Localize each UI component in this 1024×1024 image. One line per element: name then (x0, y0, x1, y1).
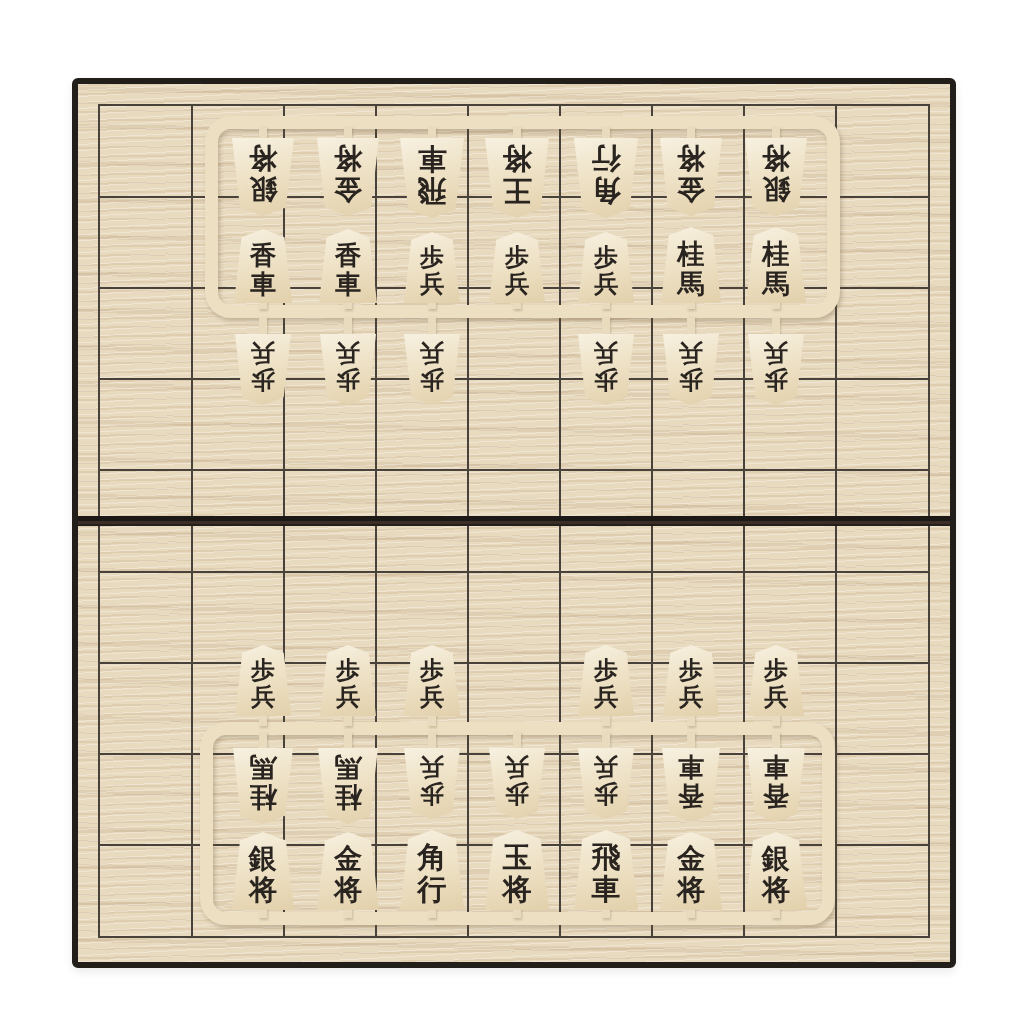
shogi-piece[interactable]: 桂馬 (233, 748, 293, 824)
sprue-tab (344, 316, 352, 336)
piece-kanji: 歩兵 (251, 341, 275, 398)
piece-kanji: 桂馬 (250, 755, 277, 818)
piece-kanji: 歩兵 (679, 652, 703, 709)
piece-kanji: 桂馬 (335, 755, 362, 818)
shogi-piece[interactable]: 銀将 (232, 832, 294, 910)
shogi-piece[interactable]: 歩兵 (235, 334, 291, 405)
shogi-piece[interactable]: 飛車 (574, 830, 638, 910)
sprue-tab (602, 316, 610, 336)
shogi-piece[interactable]: 歩兵 (578, 232, 634, 303)
shogi-piece[interactable]: 歩兵 (748, 334, 804, 405)
grid-line (100, 571, 928, 573)
piece-kanji: 金将 (334, 839, 362, 904)
board-fold-seam (78, 516, 950, 526)
piece-kanji: 歩兵 (420, 239, 444, 296)
shogi-piece[interactable]: 歩兵 (578, 645, 634, 716)
grid-line (100, 469, 928, 471)
sprue-tab (428, 316, 436, 336)
piece-kanji: 歩兵 (336, 652, 360, 709)
shogi-piece[interactable]: 歩兵 (404, 334, 460, 405)
shogi-piece[interactable]: 歩兵 (663, 334, 719, 405)
sprue-tab (259, 316, 267, 336)
piece-kanji: 王将 (503, 145, 532, 212)
shogi-piece[interactable]: 金将 (317, 138, 379, 216)
shogi-piece[interactable]: 歩兵 (404, 645, 460, 716)
shogi-piece[interactable]: 歩兵 (320, 334, 376, 405)
sprue-tab (602, 126, 610, 140)
shogi-piece[interactable]: 歩兵 (748, 645, 804, 716)
piece-kanji: 歩兵 (594, 755, 618, 812)
sprue-tab (687, 316, 695, 336)
sprue-tab (513, 126, 521, 140)
piece-kanji: 銀将 (249, 145, 277, 210)
shogi-piece[interactable]: 桂馬 (661, 227, 721, 303)
shogi-piece[interactable]: 王将 (485, 138, 549, 218)
grid-line (100, 378, 928, 380)
grid-line (835, 526, 837, 936)
shogi-piece[interactable]: 銀将 (745, 832, 807, 910)
piece-kanji: 歩兵 (420, 652, 444, 709)
shogi-piece[interactable]: 歩兵 (235, 645, 291, 716)
grid-line (100, 662, 928, 664)
piece-kanji: 香車 (678, 755, 704, 816)
shogi-piece[interactable]: 玉将 (485, 830, 549, 910)
piece-kanji: 桂馬 (678, 234, 705, 297)
shogi-piece[interactable]: 歩兵 (578, 748, 634, 819)
piece-kanji: 桂馬 (763, 234, 790, 297)
piece-kanji: 金将 (677, 839, 705, 904)
shogi-piece[interactable]: 桂馬 (318, 748, 378, 824)
piece-kanji: 金将 (334, 145, 362, 210)
shogi-piece[interactable]: 香車 (662, 748, 720, 822)
piece-kanji: 銀将 (762, 145, 790, 210)
shogi-piece[interactable]: 角行 (574, 138, 638, 218)
piece-kanji: 香車 (763, 755, 789, 816)
sprue-tab (344, 126, 352, 140)
sprue-tab (428, 126, 436, 140)
sprue-tab (687, 126, 695, 140)
piece-kanji: 銀将 (249, 839, 277, 904)
piece-kanji: 角行 (418, 837, 447, 904)
sprue-tab (772, 731, 780, 750)
piece-kanji: 歩兵 (764, 341, 788, 398)
grid-line (191, 106, 193, 516)
piece-kanji: 歩兵 (505, 239, 529, 296)
product-photo: 銀将金将飛車王将角行金将銀将香車香車歩兵歩兵歩兵桂馬桂馬歩兵歩兵歩兵歩兵歩兵歩兵… (0, 0, 1024, 1024)
sprue-tab (687, 731, 695, 750)
shogi-piece[interactable]: 歩兵 (578, 334, 634, 405)
piece-kanji: 歩兵 (251, 652, 275, 709)
shogi-piece[interactable]: 銀将 (232, 138, 294, 216)
sprue-tab (259, 731, 267, 750)
sprue-tab (344, 731, 352, 750)
shogi-piece[interactable]: 金将 (660, 832, 722, 910)
shogi-piece[interactable]: 歩兵 (404, 748, 460, 819)
grid-line (191, 526, 193, 936)
shogi-piece[interactable]: 香車 (319, 229, 377, 303)
piece-kanji: 歩兵 (505, 755, 529, 812)
sprue-tab (772, 126, 780, 140)
shogi-piece[interactable]: 角行 (400, 830, 464, 910)
piece-kanji: 玉将 (503, 837, 532, 904)
sprue-tab (259, 126, 267, 140)
piece-kanji: 歩兵 (420, 755, 444, 812)
piece-kanji: 飛車 (418, 145, 447, 212)
sprue-tab (428, 731, 436, 750)
shogi-piece[interactable]: 歩兵 (489, 232, 545, 303)
piece-kanji: 歩兵 (594, 652, 618, 709)
sprue-tab (513, 731, 521, 750)
shogi-piece[interactable]: 桂馬 (746, 227, 806, 303)
shogi-piece[interactable]: 歩兵 (320, 645, 376, 716)
shogi-piece[interactable]: 香車 (747, 748, 805, 822)
piece-kanji: 歩兵 (594, 341, 618, 398)
piece-kanji: 銀将 (762, 839, 790, 904)
shogi-board: 銀将金将飛車王将角行金将銀将香車香車歩兵歩兵歩兵桂馬桂馬歩兵歩兵歩兵歩兵歩兵歩兵… (72, 78, 956, 968)
shogi-piece[interactable]: 歩兵 (404, 232, 460, 303)
piece-kanji: 香車 (250, 236, 276, 297)
shogi-piece[interactable]: 歩兵 (489, 748, 545, 819)
shogi-piece[interactable]: 金将 (317, 832, 379, 910)
shogi-piece[interactable]: 香車 (234, 229, 292, 303)
piece-kanji: 角行 (592, 145, 621, 212)
piece-kanji: 金将 (677, 145, 705, 210)
piece-kanji: 歩兵 (679, 341, 703, 398)
piece-kanji: 飛車 (592, 837, 621, 904)
piece-kanji: 歩兵 (336, 341, 360, 398)
sprue-tab (602, 731, 610, 750)
piece-kanji: 歩兵 (594, 239, 618, 296)
shogi-piece[interactable]: 銀将 (745, 138, 807, 216)
piece-kanji: 香車 (335, 236, 361, 297)
sprue-tab (772, 316, 780, 336)
shogi-piece[interactable]: 飛車 (400, 138, 464, 218)
shogi-piece[interactable]: 歩兵 (663, 645, 719, 716)
shogi-piece[interactable]: 金将 (660, 138, 722, 216)
piece-kanji: 歩兵 (420, 341, 444, 398)
piece-kanji: 歩兵 (764, 652, 788, 709)
